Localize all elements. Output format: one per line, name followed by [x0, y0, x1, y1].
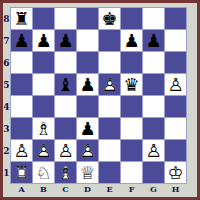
square-h6[interactable] — [165, 52, 186, 73]
black-pawn[interactable]: ♟ — [121, 30, 142, 51]
square-f7[interactable]: ♟ — [121, 30, 142, 51]
white-pawn[interactable]: ♟♙ — [33, 140, 54, 161]
white-king[interactable]: ♚♔ — [165, 162, 186, 183]
black-pawn[interactable]: ♟ — [55, 30, 76, 51]
square-d5[interactable]: ♟ — [77, 74, 98, 95]
rank-label-4: 4 — [3, 96, 10, 118]
square-d2[interactable]: ♟♙ — [77, 140, 98, 161]
square-d3[interactable]: ♟ — [77, 118, 98, 139]
square-a4[interactable] — [11, 96, 32, 117]
white-pawn-outline-glyph: ♙ — [99, 74, 120, 95]
square-b1[interactable]: ♞♘ — [33, 162, 54, 183]
square-d1[interactable]: ♛♕ — [77, 162, 98, 183]
white-bishop-outline-glyph: ♗ — [33, 118, 54, 139]
rank-label-1: 1 — [3, 162, 10, 184]
square-f1[interactable] — [121, 162, 142, 183]
black-bishop[interactable]: ♝ — [55, 74, 76, 95]
white-knight[interactable]: ♞♘ — [33, 162, 54, 183]
black-pawn-glyph: ♟ — [77, 118, 98, 139]
white-queen-outline-glyph: ♕ — [77, 162, 98, 183]
square-c7[interactable]: ♟ — [55, 30, 76, 51]
square-h8[interactable] — [165, 8, 186, 29]
white-pawn-outline-glyph: ♙ — [55, 140, 76, 161]
white-pawn[interactable]: ♟♙ — [143, 140, 164, 161]
white-bishop-outline-glyph: ♗ — [55, 162, 76, 183]
square-h7[interactable] — [165, 30, 186, 51]
white-bishop[interactable]: ♝♗ — [33, 118, 54, 139]
rank-label-8: 8 — [3, 8, 10, 30]
square-g4[interactable] — [143, 96, 164, 117]
square-f6[interactable] — [121, 52, 142, 73]
white-king-outline-glyph: ♔ — [165, 162, 186, 183]
square-f4[interactable] — [121, 96, 142, 117]
square-g3[interactable] — [143, 118, 164, 139]
chess-diagram: 87654321 ♜♚♟♟♟♟♟♝♟♟♙♛♟♙♝♗♟♟♙♟♙♟♙♟♙♟♙♜♖♞♘… — [3, 7, 187, 195]
rank-label-3: 3 — [3, 118, 10, 140]
square-e3[interactable] — [99, 118, 120, 139]
square-h2[interactable] — [165, 140, 186, 161]
square-c1[interactable]: ♝♗ — [55, 162, 76, 183]
square-d8[interactable] — [77, 8, 98, 29]
black-pawn-glyph: ♟ — [143, 30, 164, 51]
square-g6[interactable] — [143, 52, 164, 73]
square-e7[interactable] — [99, 30, 120, 51]
square-b4[interactable] — [33, 96, 54, 117]
square-a8[interactable]: ♜ — [11, 8, 32, 29]
square-e8[interactable]: ♚ — [99, 8, 120, 29]
file-labels: ABCDEFGH — [10, 184, 187, 195]
white-knight-outline-glyph: ♘ — [33, 162, 54, 183]
file-label-h: H — [165, 184, 186, 195]
rank-label-2: 2 — [3, 140, 10, 162]
black-king-glyph: ♚ — [99, 8, 120, 29]
square-a1[interactable]: ♜♖ — [11, 162, 32, 183]
square-f5[interactable]: ♛ — [121, 74, 142, 95]
white-pawn-outline-glyph: ♙ — [11, 140, 32, 161]
square-c3[interactable] — [55, 118, 76, 139]
square-a2[interactable]: ♟♙ — [11, 140, 32, 161]
square-h5[interactable]: ♟♙ — [165, 74, 186, 95]
white-pawn[interactable]: ♟♙ — [55, 140, 76, 161]
rank-label-7: 7 — [3, 30, 10, 52]
rank-labels: 87654321 — [3, 7, 10, 184]
square-c6[interactable] — [55, 52, 76, 73]
chess-board[interactable]: ♜♚♟♟♟♟♟♝♟♟♙♛♟♙♝♗♟♟♙♟♙♟♙♟♙♟♙♜♖♞♘♝♗♛♕♚♔ — [10, 7, 187, 184]
square-a3[interactable] — [11, 118, 32, 139]
square-c5[interactable]: ♝ — [55, 74, 76, 95]
square-d6[interactable] — [77, 52, 98, 73]
file-label-d: D — [77, 184, 98, 195]
square-d7[interactable] — [77, 30, 98, 51]
square-b5[interactable] — [33, 74, 54, 95]
square-f2[interactable] — [121, 140, 142, 161]
square-c2[interactable]: ♟♙ — [55, 140, 76, 161]
white-pawn[interactable]: ♟♙ — [99, 74, 120, 95]
black-pawn-glyph: ♟ — [121, 30, 142, 51]
square-h1[interactable]: ♚♔ — [165, 162, 186, 183]
square-f8[interactable] — [121, 8, 142, 29]
chess-diagram-frame: 87654321 ♜♚♟♟♟♟♟♝♟♟♙♛♟♙♝♗♟♟♙♟♙♟♙♟♙♟♙♜♖♞♘… — [0, 0, 200, 200]
square-b3[interactable]: ♝♗ — [33, 118, 54, 139]
black-bishop-glyph: ♝ — [55, 74, 76, 95]
square-b7[interactable]: ♟ — [33, 30, 54, 51]
white-pawn-outline-glyph: ♙ — [77, 140, 98, 161]
square-a5[interactable] — [11, 74, 32, 95]
square-e5[interactable]: ♟♙ — [99, 74, 120, 95]
square-f3[interactable] — [121, 118, 142, 139]
black-pawn[interactable]: ♟ — [33, 30, 54, 51]
black-rook[interactable]: ♜ — [11, 8, 32, 29]
white-pawn[interactable]: ♟♙ — [77, 140, 98, 161]
black-king[interactable]: ♚ — [99, 8, 120, 29]
white-pawn-outline-glyph: ♙ — [165, 74, 186, 95]
square-h3[interactable] — [165, 118, 186, 139]
white-pawn[interactable]: ♟♙ — [165, 74, 186, 95]
black-queen[interactable]: ♛ — [121, 74, 142, 95]
square-e4[interactable] — [99, 96, 120, 117]
rank-label-6: 6 — [3, 52, 10, 74]
file-label-b: B — [33, 184, 54, 195]
file-label-f: F — [121, 184, 142, 195]
square-b2[interactable]: ♟♙ — [33, 140, 54, 161]
black-pawn-glyph: ♟ — [55, 30, 76, 51]
black-pawn[interactable]: ♟ — [11, 30, 32, 51]
rank-label-5: 5 — [3, 74, 10, 96]
white-bishop[interactable]: ♝♗ — [55, 162, 76, 183]
white-pawn[interactable]: ♟♙ — [11, 140, 32, 161]
square-e6[interactable] — [99, 52, 120, 73]
square-b6[interactable] — [33, 52, 54, 73]
white-pawn-outline-glyph: ♙ — [33, 140, 54, 161]
file-label-g: G — [143, 184, 164, 195]
square-c8[interactable] — [55, 8, 76, 29]
square-g5[interactable] — [143, 74, 164, 95]
black-pawn[interactable]: ♟ — [77, 118, 98, 139]
white-rook-outline-glyph: ♖ — [11, 162, 32, 183]
black-queen-glyph: ♛ — [121, 74, 142, 95]
white-rook[interactable]: ♜♖ — [11, 162, 32, 183]
square-e1[interactable] — [99, 162, 120, 183]
square-e2[interactable] — [99, 140, 120, 161]
file-label-e: E — [99, 184, 120, 195]
black-rook-glyph: ♜ — [11, 8, 32, 29]
black-pawn[interactable]: ♟ — [143, 30, 164, 51]
white-queen[interactable]: ♛♕ — [77, 162, 98, 183]
square-g7[interactable]: ♟ — [143, 30, 164, 51]
white-pawn-outline-glyph: ♙ — [143, 140, 164, 161]
square-a7[interactable]: ♟ — [11, 30, 32, 51]
file-label-c: C — [55, 184, 76, 195]
square-c4[interactable] — [55, 96, 76, 117]
black-pawn-glyph: ♟ — [33, 30, 54, 51]
square-a6[interactable] — [11, 52, 32, 73]
square-g2[interactable]: ♟♙ — [143, 140, 164, 161]
square-g8[interactable] — [143, 8, 164, 29]
square-h4[interactable] — [165, 96, 186, 117]
black-pawn[interactable]: ♟ — [77, 74, 98, 95]
square-g1[interactable] — [143, 162, 164, 183]
file-label-a: A — [11, 184, 32, 195]
square-d4[interactable] — [77, 96, 98, 117]
square-b8[interactable] — [33, 8, 54, 29]
black-pawn-glyph: ♟ — [77, 74, 98, 95]
black-pawn-glyph: ♟ — [11, 30, 32, 51]
